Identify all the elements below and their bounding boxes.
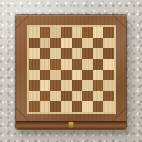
board-square [93,70,104,81]
board-square [61,59,72,70]
board-square [103,38,114,49]
board-square [103,80,114,91]
board-square [72,91,83,102]
board-square [61,27,72,38]
board-square [103,27,114,38]
board-square [40,38,51,49]
board-square [82,38,93,49]
board-square [72,101,83,112]
board-square [72,59,83,70]
board-square [72,38,83,49]
board-square [93,59,104,70]
board-square [93,27,104,38]
carpet-background [0,0,142,142]
board-square [40,48,51,59]
board-square [40,27,51,38]
board-square [93,38,104,49]
maple-inlay-border [27,25,116,114]
board-square [103,59,114,70]
board-square [93,80,104,91]
board-square [50,27,61,38]
board-square [93,91,104,102]
board-square [50,38,61,49]
board-square [82,101,93,112]
board-square [82,70,93,81]
board-square [61,48,72,59]
board-square [93,48,104,59]
board-square [40,101,51,112]
board-square [50,70,61,81]
board-square [29,80,40,91]
board-square [29,101,40,112]
board-square [40,80,51,91]
board-square [82,27,93,38]
board-square [103,101,114,112]
board-square [29,70,40,81]
board-square [40,91,51,102]
board-square [61,38,72,49]
board-square [50,80,61,91]
board-square [82,80,93,91]
chess-box [16,15,126,129]
board-square [50,101,61,112]
brass-latch [69,122,74,128]
board-square [82,91,93,102]
chess-board [29,27,114,112]
board-square [50,91,61,102]
board-square [50,59,61,70]
board-square [29,59,40,70]
board-square [103,91,114,102]
board-square [82,59,93,70]
board-square [61,70,72,81]
board-square [29,38,40,49]
board-square [29,48,40,59]
board-square [72,48,83,59]
board-square [29,27,40,38]
board-square [40,70,51,81]
board-square [40,59,51,70]
board-frame [16,15,126,121]
board-square [61,80,72,91]
board-square [72,27,83,38]
board-square [61,101,72,112]
board-square [103,48,114,59]
board-square [93,101,104,112]
box-side [16,121,126,129]
board-square [82,48,93,59]
board-square [29,91,40,102]
board-square [61,91,72,102]
board-square [72,70,83,81]
board-square [103,70,114,81]
board-square [50,48,61,59]
board-square [72,80,83,91]
